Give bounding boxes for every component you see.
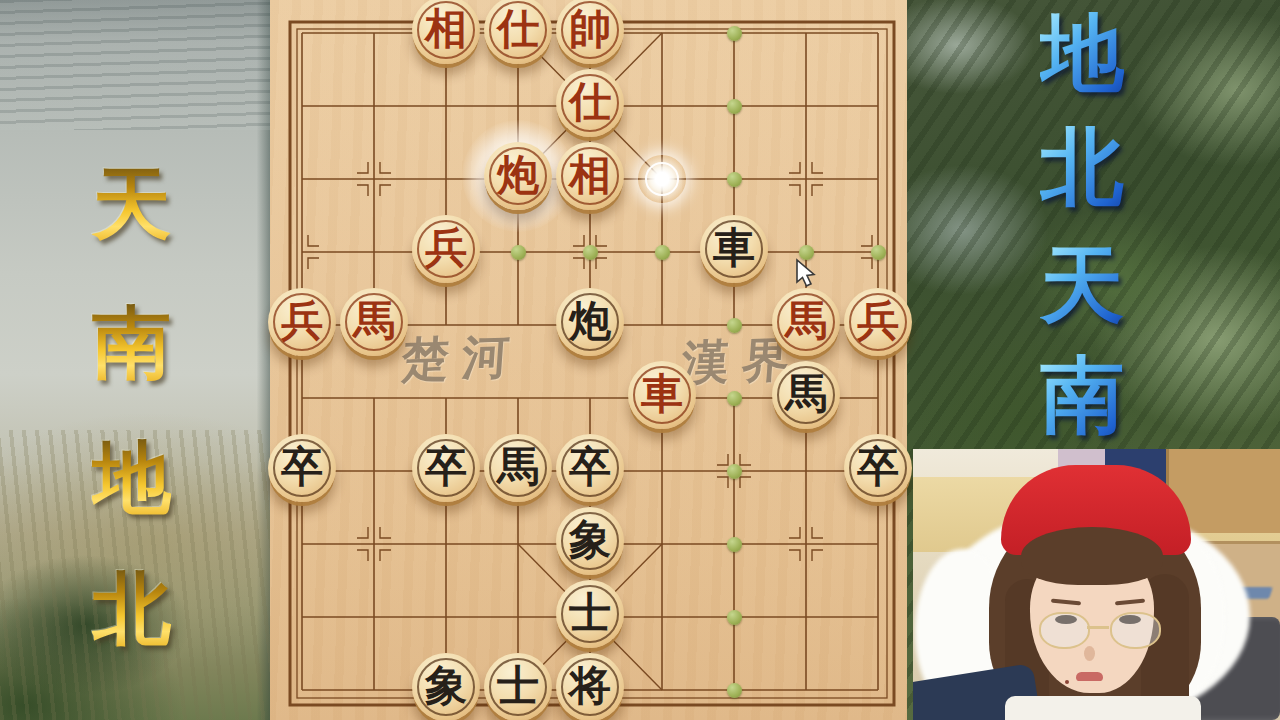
piece-red-horse[interactable]: 馬	[340, 288, 408, 356]
beauty-mark	[1065, 680, 1069, 684]
gold-title-char: 南	[92, 304, 171, 383]
mouse-cursor	[794, 258, 820, 288]
piece-red-soldier[interactable]: 兵	[268, 288, 336, 356]
move-hint-dot[interactable]	[871, 245, 886, 260]
piece-label: 車	[713, 227, 755, 269]
piece-label: 相	[425, 8, 467, 50]
blue-title-char: 天	[1040, 244, 1124, 328]
piece-black-cannon[interactable]: 炮	[556, 288, 624, 356]
piece-label: 卒	[857, 446, 899, 488]
piece-black-soldier[interactable]: 卒	[268, 434, 336, 502]
river-label-left: 楚河	[400, 325, 525, 392]
move-hint-dot[interactable]	[655, 245, 670, 260]
piece-label: 炮	[569, 300, 611, 342]
piece-black-general[interactable]: 将	[556, 653, 624, 720]
blue-title-char: 北	[1040, 126, 1124, 210]
piece-label: 炮	[497, 154, 539, 196]
move-hint-dot[interactable]	[727, 610, 742, 625]
piece-black-soldier[interactable]: 卒	[556, 434, 624, 502]
piece-black-horse[interactable]: 馬	[484, 434, 552, 502]
piece-label: 仕	[569, 81, 611, 123]
piece-red-horse[interactable]: 馬	[772, 288, 840, 356]
piece-black-horse[interactable]: 馬	[772, 361, 840, 429]
streamer-sweater	[1005, 696, 1201, 720]
blue-title-char: 地	[1040, 12, 1124, 96]
move-hint-dot[interactable]	[583, 245, 598, 260]
piece-black-soldier[interactable]: 卒	[844, 434, 912, 502]
move-sparkle-effect	[638, 155, 686, 203]
move-hint-dot[interactable]	[727, 172, 742, 187]
glasses-bridge	[1087, 626, 1109, 629]
move-hint-dot[interactable]	[727, 26, 742, 41]
piece-red-soldier[interactable]: 兵	[844, 288, 912, 356]
xiangqi-board[interactable]: 楚河 漢界 相仕帥仕炮相兵兵馬馬兵車車炮馬卒卒馬卒卒象士象士将	[270, 0, 907, 720]
piece-label: 馬	[785, 373, 827, 415]
piece-black-elephant[interactable]: 象	[412, 653, 480, 720]
piece-label: 象	[425, 665, 467, 707]
piece-black-elephant[interactable]: 象	[556, 507, 624, 575]
piece-label: 帥	[569, 8, 611, 50]
piece-label: 馬	[785, 300, 827, 342]
piece-label: 卒	[425, 446, 467, 488]
blue-title-char: 南	[1040, 354, 1124, 438]
stream-frame: 楚河 漢界 相仕帥仕炮相兵兵馬馬兵車車炮馬卒卒馬卒卒象士象士将 天南地北 地北天…	[0, 0, 1280, 720]
move-hint-dot[interactable]	[727, 99, 742, 114]
piece-black-advisor[interactable]: 士	[484, 653, 552, 720]
piece-label: 象	[569, 519, 611, 561]
piece-label: 卒	[281, 446, 323, 488]
piece-label: 仕	[497, 8, 539, 50]
piece-black-soldier[interactable]: 卒	[412, 434, 480, 502]
piece-label: 卒	[569, 446, 611, 488]
move-hint-dot[interactable]	[727, 683, 742, 698]
piece-red-cannon[interactable]: 炮	[484, 142, 552, 210]
piece-label: 車	[641, 373, 683, 415]
piece-label: 兵	[425, 227, 467, 269]
piece-label: 将	[569, 665, 611, 707]
piece-red-soldier[interactable]: 兵	[412, 215, 480, 283]
gold-title-char: 北	[92, 570, 171, 649]
piece-label: 馬	[497, 446, 539, 488]
piece-red-chariot[interactable]: 車	[628, 361, 696, 429]
piece-label: 兵	[281, 300, 323, 342]
glasses-lens	[1110, 612, 1161, 649]
gold-title-char: 天	[92, 165, 171, 244]
piece-red-elephant[interactable]: 相	[556, 142, 624, 210]
piece-label: 士	[569, 592, 611, 634]
move-hint-dot[interactable]	[727, 464, 742, 479]
streamer-hair-fringe	[1021, 527, 1163, 585]
glasses-lens	[1039, 612, 1090, 649]
piece-label: 士	[497, 665, 539, 707]
piece-label: 相	[569, 154, 611, 196]
webcam-overlay	[913, 449, 1280, 720]
move-hint-dot[interactable]	[727, 537, 742, 552]
move-hint-dot[interactable]	[727, 391, 742, 406]
nose	[1084, 646, 1095, 661]
mouth	[1076, 672, 1103, 681]
piece-label: 兵	[857, 300, 899, 342]
piece-black-advisor[interactable]: 士	[556, 580, 624, 648]
move-hint-dot[interactable]	[511, 245, 526, 260]
piece-red-advisor[interactable]: 仕	[556, 69, 624, 137]
piece-label: 馬	[353, 300, 395, 342]
piece-black-chariot[interactable]: 車	[700, 215, 768, 283]
move-hint-dot[interactable]	[727, 318, 742, 333]
gold-title-char: 地	[92, 439, 171, 518]
